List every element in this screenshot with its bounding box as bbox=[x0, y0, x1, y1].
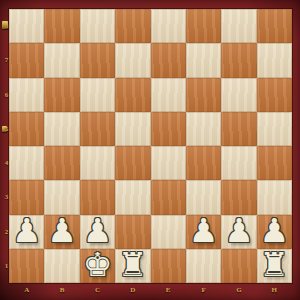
rank-label-8: 8 bbox=[1, 22, 12, 30]
file-label-a: A bbox=[24, 286, 29, 294]
square-h5[interactable] bbox=[257, 112, 292, 146]
rank-label-4: 4 bbox=[1, 159, 12, 167]
rank-label-3: 3 bbox=[1, 193, 12, 201]
square-b8[interactable] bbox=[44, 9, 79, 43]
file-label-c: C bbox=[95, 286, 100, 294]
white-rook[interactable]: ♜ bbox=[118, 248, 148, 281]
square-a4[interactable] bbox=[9, 146, 44, 180]
square-c2[interactable]: ♟ bbox=[80, 215, 115, 249]
square-e3[interactable] bbox=[151, 180, 186, 214]
square-e2[interactable] bbox=[151, 215, 186, 249]
square-f6[interactable] bbox=[186, 78, 221, 112]
white-pawn[interactable]: ♟ bbox=[12, 214, 42, 247]
square-a5[interactable] bbox=[9, 112, 44, 146]
file-label-f: F bbox=[201, 286, 205, 294]
file-label-g: G bbox=[236, 286, 241, 294]
square-f1[interactable] bbox=[186, 249, 221, 283]
square-b2[interactable]: ♟ bbox=[44, 215, 79, 249]
square-g7[interactable] bbox=[221, 43, 256, 77]
square-f8[interactable] bbox=[186, 9, 221, 43]
square-f7[interactable] bbox=[186, 43, 221, 77]
square-g5[interactable] bbox=[221, 112, 256, 146]
square-b7[interactable] bbox=[44, 43, 79, 77]
square-e4[interactable] bbox=[151, 146, 186, 180]
square-d5[interactable] bbox=[115, 112, 150, 146]
square-b3[interactable] bbox=[44, 180, 79, 214]
white-pawn[interactable]: ♟ bbox=[47, 214, 77, 247]
square-f4[interactable] bbox=[186, 146, 221, 180]
file-label-h: H bbox=[272, 286, 277, 294]
square-c3[interactable] bbox=[80, 180, 115, 214]
rank-label-6: 6 bbox=[1, 91, 12, 99]
square-c4[interactable] bbox=[80, 146, 115, 180]
square-h6[interactable] bbox=[257, 78, 292, 112]
square-g6[interactable] bbox=[221, 78, 256, 112]
square-c8[interactable] bbox=[80, 9, 115, 43]
square-h7[interactable] bbox=[257, 43, 292, 77]
square-a1[interactable] bbox=[9, 249, 44, 283]
square-a8[interactable] bbox=[9, 9, 44, 43]
square-a6[interactable] bbox=[9, 78, 44, 112]
square-d2[interactable] bbox=[115, 215, 150, 249]
square-h4[interactable] bbox=[257, 146, 292, 180]
white-pawn[interactable]: ♟ bbox=[260, 214, 290, 247]
white-pawn[interactable]: ♟ bbox=[189, 214, 219, 247]
square-f3[interactable] bbox=[186, 180, 221, 214]
chess-board-photo: ♟♟♟♟♟♟♚♜♜ 87654321 ABCDEFGH bbox=[0, 0, 300, 300]
square-c5[interactable] bbox=[80, 112, 115, 146]
white-rook[interactable]: ♜ bbox=[260, 248, 290, 281]
white-king[interactable]: ♚ bbox=[83, 248, 113, 281]
square-c1[interactable]: ♚ bbox=[80, 249, 115, 283]
square-e5[interactable] bbox=[151, 112, 186, 146]
square-b1[interactable] bbox=[44, 249, 79, 283]
square-d3[interactable] bbox=[115, 180, 150, 214]
square-a7[interactable] bbox=[9, 43, 44, 77]
file-label-e: E bbox=[166, 286, 171, 294]
square-f5[interactable] bbox=[186, 112, 221, 146]
square-g2[interactable]: ♟ bbox=[221, 215, 256, 249]
file-label-d: D bbox=[130, 286, 135, 294]
square-d6[interactable] bbox=[115, 78, 150, 112]
square-d4[interactable] bbox=[115, 146, 150, 180]
square-d8[interactable] bbox=[115, 9, 150, 43]
board-frame: ♟♟♟♟♟♟♚♜♜ 87654321 ABCDEFGH bbox=[0, 0, 300, 300]
square-e7[interactable] bbox=[151, 43, 186, 77]
square-h8[interactable] bbox=[257, 9, 292, 43]
square-e1[interactable] bbox=[151, 249, 186, 283]
square-g4[interactable] bbox=[221, 146, 256, 180]
square-d7[interactable] bbox=[115, 43, 150, 77]
square-b4[interactable] bbox=[44, 146, 79, 180]
square-g3[interactable] bbox=[221, 180, 256, 214]
rank-label-5: 5 bbox=[1, 125, 12, 133]
square-g1[interactable] bbox=[221, 249, 256, 283]
square-a2[interactable]: ♟ bbox=[9, 215, 44, 249]
square-b5[interactable] bbox=[44, 112, 79, 146]
square-h1[interactable]: ♜ bbox=[257, 249, 292, 283]
square-e6[interactable] bbox=[151, 78, 186, 112]
square-c7[interactable] bbox=[80, 43, 115, 77]
rank-label-7: 7 bbox=[1, 56, 12, 64]
square-h3[interactable] bbox=[257, 180, 292, 214]
square-g8[interactable] bbox=[221, 9, 256, 43]
square-f2[interactable]: ♟ bbox=[186, 215, 221, 249]
rank-label-1: 1 bbox=[1, 262, 12, 270]
white-pawn[interactable]: ♟ bbox=[224, 214, 254, 247]
square-c6[interactable] bbox=[80, 78, 115, 112]
rank-label-2: 2 bbox=[1, 228, 12, 236]
white-pawn[interactable]: ♟ bbox=[83, 214, 113, 247]
file-label-b: B bbox=[60, 286, 65, 294]
chess-board: ♟♟♟♟♟♟♚♜♜ bbox=[9, 9, 292, 283]
square-a3[interactable] bbox=[9, 180, 44, 214]
square-e8[interactable] bbox=[151, 9, 186, 43]
square-d1[interactable]: ♜ bbox=[115, 249, 150, 283]
square-b6[interactable] bbox=[44, 78, 79, 112]
square-h2[interactable]: ♟ bbox=[257, 215, 292, 249]
